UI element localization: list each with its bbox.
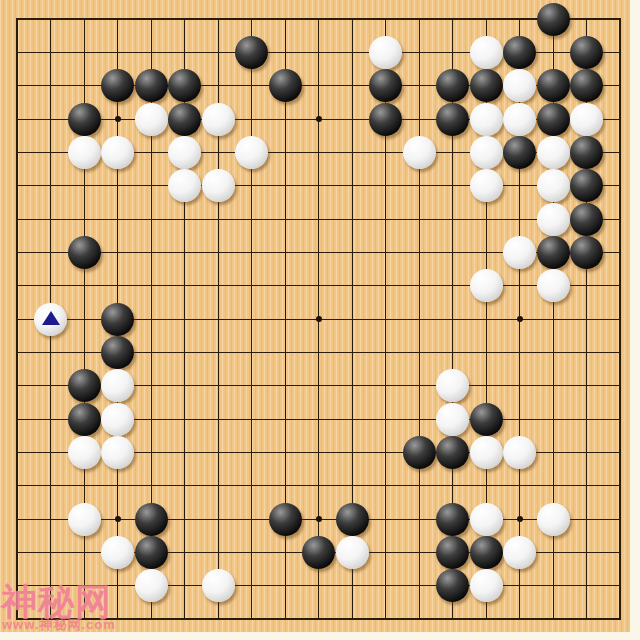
stone-black: [168, 69, 201, 102]
stone-black: [68, 369, 101, 402]
stone-black: [101, 69, 134, 102]
stone-black: [336, 503, 369, 536]
stone-white: [369, 36, 402, 69]
star-point: [517, 516, 523, 522]
stone-white: [336, 536, 369, 569]
star-point: [316, 316, 322, 322]
stone-white: [503, 536, 536, 569]
stone-black: [570, 69, 603, 102]
stone-white: [537, 169, 570, 202]
stone-black: [369, 103, 402, 136]
stone-black: [537, 69, 570, 102]
stone-white: [101, 369, 134, 402]
stone-black: [436, 69, 469, 102]
stone-white: [101, 436, 134, 469]
stone-black: [570, 236, 603, 269]
star-point: [316, 516, 322, 522]
stone-black: [436, 569, 469, 602]
star-point: [316, 116, 322, 122]
stone-black: [503, 36, 536, 69]
stone-white: [202, 569, 235, 602]
stone-black: [570, 169, 603, 202]
stone-white: [537, 136, 570, 169]
stone-white: [537, 503, 570, 536]
stone-white: [135, 103, 168, 136]
watermark-url-text: www.神秘网.com: [2, 616, 116, 634]
stone-white: [436, 403, 469, 436]
stone-white: [101, 136, 134, 169]
stone-white: [537, 203, 570, 236]
star-point: [517, 316, 523, 322]
stone-black: [135, 536, 168, 569]
stone-white: [436, 369, 469, 402]
stone-white: [168, 169, 201, 202]
stone-black: [235, 36, 268, 69]
stone-black: [537, 3, 570, 36]
stone-white: [470, 136, 503, 169]
star-point: [115, 516, 121, 522]
stone-white: [537, 269, 570, 302]
stone-black: [570, 136, 603, 169]
stone-black: [135, 503, 168, 536]
stone-white: [503, 236, 536, 269]
stone-white: [235, 136, 268, 169]
stone-white: [202, 103, 235, 136]
stone-black: [570, 36, 603, 69]
stone-black: [436, 103, 469, 136]
stone-white: [470, 103, 503, 136]
stone-black: [269, 69, 302, 102]
stone-black: [101, 336, 134, 369]
stone-white: [168, 136, 201, 169]
stone-black: [470, 536, 503, 569]
stone-white: [68, 503, 101, 536]
stone-white-marked: [34, 303, 67, 336]
stone-white: [68, 436, 101, 469]
stone-white: [503, 69, 536, 102]
grid-line-horizontal: [16, 485, 621, 486]
stone-black: [168, 103, 201, 136]
stone-white: [470, 569, 503, 602]
star-point: [115, 116, 121, 122]
stone-black: [135, 69, 168, 102]
go-board: [0, 0, 640, 640]
stone-black: [302, 536, 335, 569]
stone-black: [503, 136, 536, 169]
stone-white: [101, 403, 134, 436]
stone-white: [470, 436, 503, 469]
stone-white: [470, 503, 503, 536]
stone-white: [503, 103, 536, 136]
stone-white: [570, 103, 603, 136]
stone-black: [537, 236, 570, 269]
stone-black: [403, 436, 436, 469]
stone-black: [68, 403, 101, 436]
go-diagram: 神秘网 www.神秘网.com: [0, 0, 640, 640]
stone-black: [269, 503, 302, 536]
stone-black: [436, 536, 469, 569]
stone-black: [101, 303, 134, 336]
stone-white: [470, 36, 503, 69]
stone-white: [68, 136, 101, 169]
grid-line-vertical: [619, 18, 621, 620]
stone-black: [68, 236, 101, 269]
stone-white: [101, 536, 134, 569]
stone-black: [436, 436, 469, 469]
stone-black: [470, 69, 503, 102]
stone-black: [537, 103, 570, 136]
triangle-marker: [42, 311, 60, 325]
stone-white: [135, 569, 168, 602]
grid-line-vertical: [419, 18, 420, 620]
right-edge-strip: [630, 0, 640, 640]
stone-white: [403, 136, 436, 169]
stone-white: [470, 169, 503, 202]
stone-white: [202, 169, 235, 202]
stone-white: [503, 436, 536, 469]
stone-black: [436, 503, 469, 536]
stone-black: [369, 69, 402, 102]
stone-white: [470, 269, 503, 302]
stone-black: [470, 403, 503, 436]
stone-black: [570, 203, 603, 236]
stone-black: [68, 103, 101, 136]
